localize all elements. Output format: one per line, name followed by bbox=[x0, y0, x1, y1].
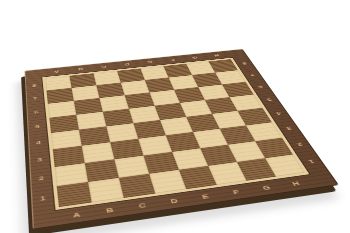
file-label-c-bottom: C bbox=[125, 197, 161, 214]
square-d4 bbox=[133, 120, 165, 139]
square-e7 bbox=[145, 78, 174, 93]
rank-label-2-left: 2 bbox=[32, 168, 51, 190]
square-e5 bbox=[155, 103, 187, 120]
file-label-h-bottom: H bbox=[278, 176, 314, 191]
square-d6 bbox=[125, 92, 155, 108]
file-label-d-bottom: D bbox=[157, 193, 193, 209]
rank-label-3-left: 3 bbox=[31, 150, 49, 170]
square-d8 bbox=[117, 68, 145, 82]
square-h8 bbox=[209, 59, 238, 72]
square-a1 bbox=[57, 182, 92, 207]
square-d2 bbox=[143, 152, 178, 174]
square-c7 bbox=[96, 83, 124, 98]
file-label-e-bottom: E bbox=[188, 189, 224, 205]
rank-label-1-left: 1 bbox=[33, 187, 53, 211]
square-b1 bbox=[88, 178, 124, 203]
file-label-b-bottom: B bbox=[92, 202, 127, 219]
file-label-a-bottom: A bbox=[59, 206, 94, 223]
square-f8 bbox=[163, 64, 192, 78]
square-c1 bbox=[119, 174, 155, 198]
